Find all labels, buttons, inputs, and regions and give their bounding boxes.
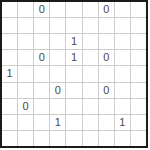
grid-cell-empty[interactable]: [83, 66, 98, 81]
grid-cell-empty[interactable]: [34, 131, 49, 146]
grid-cell-clue[interactable]: 0: [99, 50, 114, 65]
grid-cell-empty[interactable]: [115, 83, 130, 98]
puzzle-board: 001010100011: [0, 0, 148, 148]
grid-cell-empty[interactable]: [83, 18, 98, 33]
grid-cell-empty[interactable]: [66, 18, 81, 33]
grid-cell-empty[interactable]: [115, 131, 130, 146]
grid-cell-empty[interactable]: [34, 66, 49, 81]
grid-cell-empty[interactable]: [2, 115, 17, 130]
grid-cell-clue[interactable]: 0: [18, 99, 33, 114]
grid-cell-empty[interactable]: [99, 99, 114, 114]
grid-cell-clue[interactable]: 1: [66, 50, 81, 65]
grid-cell-empty[interactable]: [34, 115, 49, 130]
grid-cell-empty[interactable]: [66, 66, 81, 81]
grid-cell-empty[interactable]: [18, 115, 33, 130]
grid-cell-empty[interactable]: [2, 83, 17, 98]
grid-cell-empty[interactable]: [66, 131, 81, 146]
grid-cell-empty[interactable]: [66, 99, 81, 114]
grid-cell-empty[interactable]: [83, 131, 98, 146]
grid-cell-empty[interactable]: [50, 2, 65, 17]
grid-cell-empty[interactable]: [2, 18, 17, 33]
grid-cell-empty[interactable]: [131, 115, 146, 130]
grid-cell-empty[interactable]: [34, 99, 49, 114]
grid-cell-empty[interactable]: [115, 2, 130, 17]
grid-cell-empty[interactable]: [2, 131, 17, 146]
grid-cell-empty[interactable]: [131, 131, 146, 146]
grid-cell-empty[interactable]: [115, 34, 130, 49]
grid-cell-empty[interactable]: [83, 99, 98, 114]
grid-cell-empty[interactable]: [18, 66, 33, 81]
grid-cell-empty[interactable]: [115, 66, 130, 81]
grid-cell-empty[interactable]: [115, 50, 130, 65]
grid-cell-clue[interactable]: 1: [50, 115, 65, 130]
grid-cell-empty[interactable]: [131, 66, 146, 81]
grid-cell-empty[interactable]: [18, 18, 33, 33]
grid-cell-empty[interactable]: [18, 50, 33, 65]
grid-cell-empty[interactable]: [131, 2, 146, 17]
grid-cell-empty[interactable]: [83, 115, 98, 130]
grid-cell-empty[interactable]: [131, 18, 146, 33]
grid-cell-empty[interactable]: [34, 34, 49, 49]
grid-cell-empty[interactable]: [50, 131, 65, 146]
grid-cell-empty[interactable]: [66, 115, 81, 130]
grid-cell-clue[interactable]: 1: [115, 115, 130, 130]
grid-cell-clue[interactable]: 0: [50, 83, 65, 98]
grid-cell-empty[interactable]: [18, 131, 33, 146]
grid-cell-clue[interactable]: 1: [66, 34, 81, 49]
grid-cell-empty[interactable]: [83, 50, 98, 65]
grid-cell-empty[interactable]: [131, 99, 146, 114]
grid-cell-empty[interactable]: [50, 18, 65, 33]
grid-cell-empty[interactable]: [83, 83, 98, 98]
grid-cell-empty[interactable]: [2, 2, 17, 17]
grid-cell-empty[interactable]: [50, 66, 65, 81]
grid-cell-empty[interactable]: [131, 50, 146, 65]
grid-cell-empty[interactable]: [18, 83, 33, 98]
grid-cell-empty[interactable]: [18, 2, 33, 17]
grid-cell-empty[interactable]: [115, 18, 130, 33]
grid-cell-empty[interactable]: [2, 50, 17, 65]
grid-cell-empty[interactable]: [99, 131, 114, 146]
grid-cell-empty[interactable]: [18, 34, 33, 49]
grid-cell-empty[interactable]: [83, 2, 98, 17]
grid-cell-empty[interactable]: [99, 115, 114, 130]
grid-cell-clue[interactable]: 1: [2, 66, 17, 81]
grid-cell-empty[interactable]: [66, 2, 81, 17]
grid-cell-empty[interactable]: [99, 66, 114, 81]
grid-cell-empty[interactable]: [83, 34, 98, 49]
grid-cell-clue[interactable]: 0: [34, 50, 49, 65]
grid-cell-empty[interactable]: [99, 34, 114, 49]
grid-cell-clue[interactable]: 0: [99, 83, 114, 98]
grid-cell-empty[interactable]: [50, 34, 65, 49]
grid-cell-empty[interactable]: [66, 83, 81, 98]
grid-cell-empty[interactable]: [2, 99, 17, 114]
grid-cell-empty[interactable]: [34, 18, 49, 33]
grid-cell-empty[interactable]: [115, 99, 130, 114]
grid-cell-empty[interactable]: [131, 83, 146, 98]
grid-cell-empty[interactable]: [34, 83, 49, 98]
grid-cell-clue[interactable]: 0: [99, 2, 114, 17]
grid-cell-empty[interactable]: [99, 18, 114, 33]
grid-cell-empty[interactable]: [131, 34, 146, 49]
grid-cell-empty[interactable]: [50, 99, 65, 114]
grid-cell-empty[interactable]: [2, 34, 17, 49]
grid-cell-empty[interactable]: [50, 50, 65, 65]
grid-cell-clue[interactable]: 0: [34, 2, 49, 17]
